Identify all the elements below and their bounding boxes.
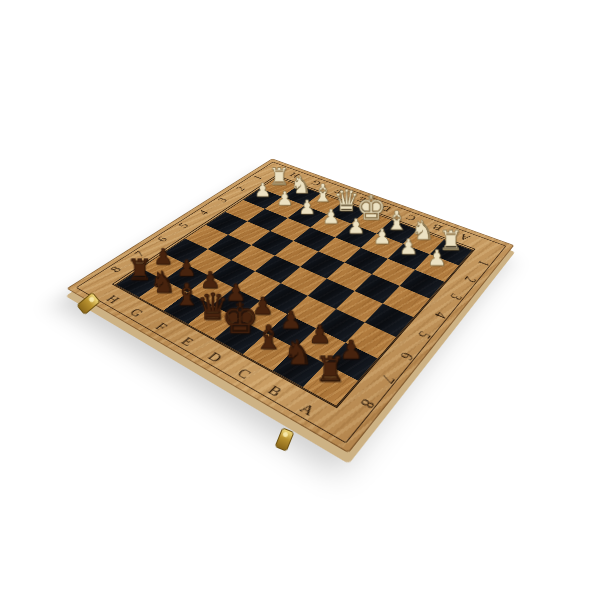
rank-label: 8 <box>346 391 385 415</box>
product-photo: HGFEDCBA HGFEDCBA 12345678 12345678 ♜♞♝♛… <box>0 0 600 600</box>
white-pawn: ♟ <box>254 181 271 200</box>
black-rook: ♜ <box>315 353 346 388</box>
rank-label: 2 <box>228 183 253 194</box>
rank-label: 3 <box>437 288 471 305</box>
white-pawn: ♟ <box>427 248 447 270</box>
rank-label: 2 <box>452 271 486 287</box>
rank-label: 1 <box>466 255 499 270</box>
rank-label: 6 <box>386 345 423 366</box>
rank-label: 3 <box>210 195 235 206</box>
white-pawn: ♟ <box>372 226 391 247</box>
rank-label: 4 <box>421 306 456 324</box>
square-c4 <box>327 263 372 291</box>
white-pawn: ♟ <box>276 189 293 208</box>
black-bishop: ♝ <box>254 321 283 354</box>
white-pawn: ♟ <box>346 217 365 238</box>
white-pawn: ♟ <box>322 207 340 227</box>
black-knight: ♞ <box>150 268 177 298</box>
white-pawn: ♟ <box>399 237 418 259</box>
black-rook: ♜ <box>127 256 153 285</box>
rank-label: 5 <box>405 325 441 344</box>
rank-label: 7 <box>367 367 405 389</box>
rank-label: 4 <box>191 207 216 219</box>
chess-board: HGFEDCBA HGFEDCBA 12345678 12345678 ♜♞♝♛… <box>66 159 514 454</box>
rank-label: 5 <box>171 219 197 232</box>
white-pawn: ♟ <box>298 198 316 218</box>
black-knight: ♞ <box>283 337 313 371</box>
board-frame: HGFEDCBA HGFEDCBA 12345678 12345678 ♜♞♝♛… <box>66 159 514 454</box>
pinstripe-border: ♜♞♝♛♚♝♞♜♟♟♟♟♟♟♟♟♟♟♟♟♟♟♟♟♜♞♝♛♚♝♞♜ <box>112 175 476 408</box>
